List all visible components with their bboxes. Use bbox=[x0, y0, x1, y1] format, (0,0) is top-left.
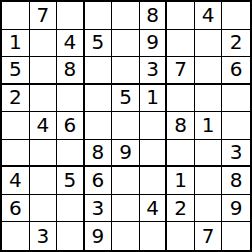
cell-r3c8[interactable] bbox=[195, 57, 223, 85]
cell-r9c1[interactable] bbox=[2, 222, 30, 250]
cell-r9c8-given[interactable]: 7 bbox=[195, 222, 223, 250]
cell-r5c7-given[interactable]: 8 bbox=[167, 112, 195, 140]
cell-r9c7[interactable] bbox=[167, 222, 195, 250]
cell-r4c4[interactable] bbox=[85, 85, 113, 113]
cell-r6c5-given[interactable]: 9 bbox=[112, 140, 140, 168]
cell-r8c3[interactable] bbox=[57, 195, 85, 223]
cell-r8c6-given[interactable]: 4 bbox=[140, 195, 168, 223]
cell-r8c9-given[interactable]: 9 bbox=[222, 195, 250, 223]
cell-r2c9-given[interactable]: 2 bbox=[222, 30, 250, 58]
cell-r3c1-given[interactable]: 5 bbox=[2, 57, 30, 85]
cell-r6c9-given[interactable]: 3 bbox=[222, 140, 250, 168]
cell-r1c4[interactable] bbox=[85, 2, 113, 30]
cell-r9c6[interactable] bbox=[140, 222, 168, 250]
cell-r4c1-given[interactable]: 2 bbox=[2, 85, 30, 113]
sudoku-board: 784145925837625146818934561863429397 bbox=[0, 0, 252, 252]
cell-r3c6-given[interactable]: 3 bbox=[140, 57, 168, 85]
cell-r8c1-given[interactable]: 6 bbox=[2, 195, 30, 223]
cell-r7c4-given[interactable]: 6 bbox=[85, 167, 113, 195]
cell-r4c8[interactable] bbox=[195, 85, 223, 113]
cell-r2c6-given[interactable]: 9 bbox=[140, 30, 168, 58]
cell-r2c5[interactable] bbox=[112, 30, 140, 58]
cell-r8c2[interactable] bbox=[30, 195, 58, 223]
cell-r6c3[interactable] bbox=[57, 140, 85, 168]
cell-r7c3-given[interactable]: 5 bbox=[57, 167, 85, 195]
cell-r5c5[interactable] bbox=[112, 112, 140, 140]
cell-r6c6[interactable] bbox=[140, 140, 168, 168]
cell-r8c5[interactable] bbox=[112, 195, 140, 223]
cell-r6c8[interactable] bbox=[195, 140, 223, 168]
cell-r1c9[interactable] bbox=[222, 2, 250, 30]
cell-r8c8[interactable] bbox=[195, 195, 223, 223]
cell-r7c7-given[interactable]: 1 bbox=[167, 167, 195, 195]
cell-r7c8[interactable] bbox=[195, 167, 223, 195]
cell-r1c5[interactable] bbox=[112, 2, 140, 30]
cell-r2c4-given[interactable]: 5 bbox=[85, 30, 113, 58]
cell-r3c9-given[interactable]: 6 bbox=[222, 57, 250, 85]
cell-r2c1-given[interactable]: 1 bbox=[2, 30, 30, 58]
cell-r3c5[interactable] bbox=[112, 57, 140, 85]
cell-r9c5[interactable] bbox=[112, 222, 140, 250]
cell-r8c7-given[interactable]: 2 bbox=[167, 195, 195, 223]
cell-r8c4-given[interactable]: 3 bbox=[85, 195, 113, 223]
cell-r5c9[interactable] bbox=[222, 112, 250, 140]
cell-r6c2[interactable] bbox=[30, 140, 58, 168]
cell-r3c2[interactable] bbox=[30, 57, 58, 85]
cell-r6c1[interactable] bbox=[2, 140, 30, 168]
cell-r4c3[interactable] bbox=[57, 85, 85, 113]
cell-r7c1-given[interactable]: 4 bbox=[2, 167, 30, 195]
cell-r6c4-given[interactable]: 8 bbox=[85, 140, 113, 168]
cell-r4c7[interactable] bbox=[167, 85, 195, 113]
cell-r7c9-given[interactable]: 8 bbox=[222, 167, 250, 195]
cell-r5c1[interactable] bbox=[2, 112, 30, 140]
cell-r4c9[interactable] bbox=[222, 85, 250, 113]
cell-r9c9[interactable] bbox=[222, 222, 250, 250]
cell-r2c7[interactable] bbox=[167, 30, 195, 58]
cell-r1c6-given[interactable]: 8 bbox=[140, 2, 168, 30]
cell-r5c8-given[interactable]: 1 bbox=[195, 112, 223, 140]
cell-r1c3[interactable] bbox=[57, 2, 85, 30]
cell-r1c1[interactable] bbox=[2, 2, 30, 30]
cell-r4c5-given[interactable]: 5 bbox=[112, 85, 140, 113]
cell-r5c4[interactable] bbox=[85, 112, 113, 140]
cell-r3c7-given[interactable]: 7 bbox=[167, 57, 195, 85]
cell-r2c2[interactable] bbox=[30, 30, 58, 58]
cell-r3c4[interactable] bbox=[85, 57, 113, 85]
cell-r7c2[interactable] bbox=[30, 167, 58, 195]
cell-r5c3-given[interactable]: 6 bbox=[57, 112, 85, 140]
cell-r9c2-given[interactable]: 3 bbox=[30, 222, 58, 250]
cell-r2c3-given[interactable]: 4 bbox=[57, 30, 85, 58]
cell-r5c6[interactable] bbox=[140, 112, 168, 140]
cell-r4c2[interactable] bbox=[30, 85, 58, 113]
cell-r1c8-given[interactable]: 4 bbox=[195, 2, 223, 30]
cell-r5c2-given[interactable]: 4 bbox=[30, 112, 58, 140]
cell-r7c5[interactable] bbox=[112, 167, 140, 195]
cell-r2c8[interactable] bbox=[195, 30, 223, 58]
cell-r4c6-given[interactable]: 1 bbox=[140, 85, 168, 113]
cell-r1c2-given[interactable]: 7 bbox=[30, 2, 58, 30]
cell-r6c7[interactable] bbox=[167, 140, 195, 168]
cell-r9c4-given[interactable]: 9 bbox=[85, 222, 113, 250]
cell-r9c3[interactable] bbox=[57, 222, 85, 250]
cell-r1c7[interactable] bbox=[167, 2, 195, 30]
cell-r7c6[interactable] bbox=[140, 167, 168, 195]
cell-r3c3-given[interactable]: 8 bbox=[57, 57, 85, 85]
